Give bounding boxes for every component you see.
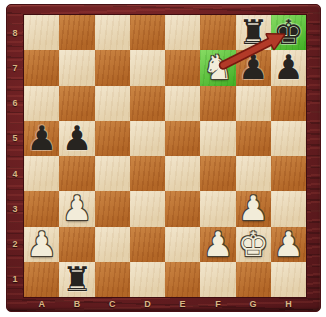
white-pawn[interactable]: ♟: [26, 227, 56, 262]
square-d1[interactable]: [130, 262, 165, 297]
square-d7[interactable]: [130, 50, 165, 85]
rank-label-5: 5: [6, 121, 24, 156]
square-g2[interactable]: ♚: [236, 227, 271, 262]
rank-label-7: 7: [6, 50, 24, 85]
square-b6[interactable]: [59, 86, 94, 121]
square-c1[interactable]: [95, 262, 130, 297]
file-label-E: E: [165, 297, 200, 311]
square-h6[interactable]: [271, 86, 306, 121]
rank-label-1: 1: [6, 262, 24, 297]
square-e3[interactable]: [165, 191, 200, 226]
square-f4[interactable]: [200, 156, 235, 191]
square-f8[interactable]: [200, 15, 235, 50]
square-b8[interactable]: [59, 15, 94, 50]
square-g8[interactable]: ♜: [236, 15, 271, 50]
file-label-D: D: [130, 297, 165, 311]
rank-labels: 87654321: [6, 15, 24, 297]
square-c7[interactable]: [95, 50, 130, 85]
square-b2[interactable]: [59, 227, 94, 262]
black-rook[interactable]: ♜: [62, 262, 92, 297]
file-label-B: B: [59, 297, 94, 311]
square-e8[interactable]: [165, 15, 200, 50]
file-labels: ABCDEFGH: [24, 297, 306, 311]
square-f5[interactable]: [200, 121, 235, 156]
square-g5[interactable]: [236, 121, 271, 156]
square-g1[interactable]: [236, 262, 271, 297]
square-g4[interactable]: [236, 156, 271, 191]
square-a4[interactable]: [24, 156, 59, 191]
file-label-H: H: [271, 297, 306, 311]
square-f7[interactable]: ♞: [200, 50, 235, 85]
square-h3[interactable]: [271, 191, 306, 226]
file-label-C: C: [95, 297, 130, 311]
page: { "game": "chess", "position": { "fen": …: [0, 0, 326, 317]
white-pawn[interactable]: ♟: [203, 227, 233, 262]
rank-label-8: 8: [6, 15, 24, 50]
square-c8[interactable]: [95, 15, 130, 50]
rank-label-3: 3: [6, 191, 24, 226]
square-h4[interactable]: [271, 156, 306, 191]
square-h1[interactable]: [271, 262, 306, 297]
square-c6[interactable]: [95, 86, 130, 121]
square-a7[interactable]: [24, 50, 59, 85]
square-f2[interactable]: ♟: [200, 227, 235, 262]
black-rook[interactable]: ♜: [238, 15, 268, 50]
square-b5[interactable]: ♟: [59, 121, 94, 156]
square-c2[interactable]: [95, 227, 130, 262]
square-d5[interactable]: [130, 121, 165, 156]
white-pawn[interactable]: ♟: [273, 227, 303, 262]
rank-label-6: 6: [6, 86, 24, 121]
square-h7[interactable]: ♟: [271, 50, 306, 85]
black-king[interactable]: ♚: [273, 15, 303, 50]
black-pawn[interactable]: ♟: [238, 50, 268, 85]
square-b4[interactable]: [59, 156, 94, 191]
square-c5[interactable]: [95, 121, 130, 156]
square-g6[interactable]: [236, 86, 271, 121]
square-f6[interactable]: [200, 86, 235, 121]
square-a8[interactable]: [24, 15, 59, 50]
square-e7[interactable]: [165, 50, 200, 85]
square-c4[interactable]: [95, 156, 130, 191]
square-h8[interactable]: ♚: [271, 15, 306, 50]
white-pawn[interactable]: ♟: [238, 191, 268, 226]
file-label-F: F: [200, 297, 235, 311]
square-d6[interactable]: [130, 86, 165, 121]
file-label-A: A: [24, 297, 59, 311]
white-knight[interactable]: ♞: [203, 50, 233, 85]
rank-label-4: 4: [6, 156, 24, 191]
white-pawn[interactable]: ♟: [62, 191, 92, 226]
square-d8[interactable]: [130, 15, 165, 50]
square-d3[interactable]: [130, 191, 165, 226]
square-g3[interactable]: ♟: [236, 191, 271, 226]
square-a2[interactable]: ♟: [24, 227, 59, 262]
square-e2[interactable]: [165, 227, 200, 262]
square-e1[interactable]: [165, 262, 200, 297]
square-e4[interactable]: [165, 156, 200, 191]
square-h5[interactable]: [271, 121, 306, 156]
square-a6[interactable]: [24, 86, 59, 121]
square-d2[interactable]: [130, 227, 165, 262]
white-king[interactable]: ♚: [238, 227, 268, 262]
square-d4[interactable]: [130, 156, 165, 191]
square-a1[interactable]: [24, 262, 59, 297]
square-h2[interactable]: ♟: [271, 227, 306, 262]
black-pawn[interactable]: ♟: [26, 121, 56, 156]
square-g7[interactable]: ♟: [236, 50, 271, 85]
black-pawn[interactable]: ♟: [273, 50, 303, 85]
file-label-G: G: [236, 297, 271, 311]
square-e5[interactable]: [165, 121, 200, 156]
square-f3[interactable]: [200, 191, 235, 226]
chess-board[interactable]: ♜♚♞♟♟♟♟♟♟♟♟♚♟♜: [24, 15, 306, 297]
square-a5[interactable]: ♟: [24, 121, 59, 156]
square-b3[interactable]: ♟: [59, 191, 94, 226]
rank-label-2: 2: [6, 227, 24, 262]
square-a3[interactable]: [24, 191, 59, 226]
square-f1[interactable]: [200, 262, 235, 297]
square-c3[interactable]: [95, 191, 130, 226]
square-e6[interactable]: [165, 86, 200, 121]
square-b1[interactable]: ♜: [59, 262, 94, 297]
black-pawn[interactable]: ♟: [62, 121, 92, 156]
square-b7[interactable]: [59, 50, 94, 85]
